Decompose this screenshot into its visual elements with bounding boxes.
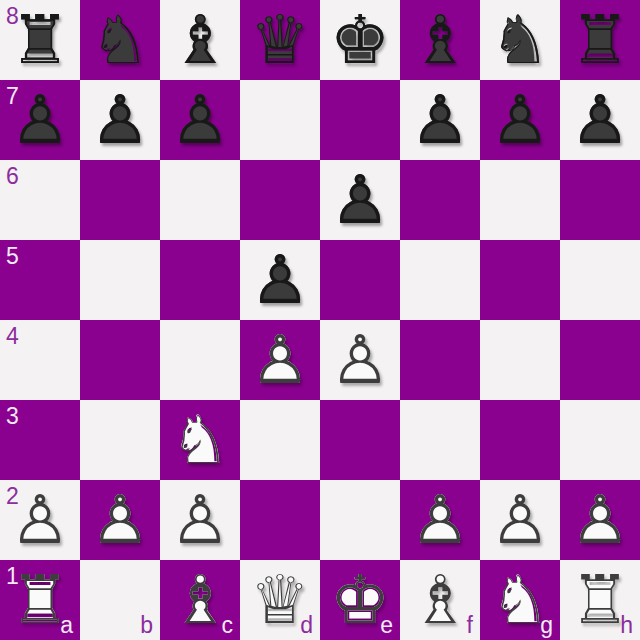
square-a7[interactable]: ♟♙7 [0, 80, 80, 160]
white-pawn-glyph: ♟ [560, 480, 640, 560]
white-knight[interactable]: ♞♘ [160, 400, 240, 480]
black-knight[interactable]: ♞♘ [80, 0, 160, 80]
chess-board: ♜♖8♞♘♝♗♛♕♚♔♝♗♞♘♜♖♟♙7♟♙♟♙♟♙♟♙♟♙6♟♙5♟♙4♟♙♟… [0, 0, 640, 640]
white-bishop-glyph: ♝ [400, 560, 480, 640]
square-a6[interactable]: 6 [0, 160, 80, 240]
black-knight-outline: ♘ [80, 0, 160, 80]
black-bishop[interactable]: ♝♗ [400, 0, 480, 80]
square-h1[interactable]: ♜♖h [560, 560, 640, 640]
white-queen-glyph: ♛ [240, 560, 320, 640]
square-a4[interactable]: 4 [0, 320, 80, 400]
black-queen-outline: ♕ [240, 0, 320, 80]
white-pawn-outline: ♙ [560, 480, 640, 560]
white-king[interactable]: ♚♔ [320, 560, 400, 640]
black-knight-outline: ♘ [480, 0, 560, 80]
black-pawn-outline: ♙ [80, 80, 160, 160]
square-c3[interactable]: ♞♘ [160, 400, 240, 480]
square-a2[interactable]: ♟♙2 [0, 480, 80, 560]
black-bishop-outline: ♗ [160, 0, 240, 80]
white-pawn[interactable]: ♟♙ [480, 480, 560, 560]
black-bishop-glyph: ♝ [400, 0, 480, 80]
white-pawn[interactable]: ♟♙ [560, 480, 640, 560]
black-pawn-outline: ♙ [160, 80, 240, 160]
square-e3[interactable] [320, 400, 400, 480]
white-bishop-outline: ♗ [400, 560, 480, 640]
white-pawn[interactable]: ♟♙ [80, 480, 160, 560]
square-b7[interactable]: ♟♙ [80, 80, 160, 160]
black-pawn-glyph: ♟ [80, 80, 160, 160]
square-e2[interactable] [320, 480, 400, 560]
white-king-outline: ♔ [320, 560, 400, 640]
square-c6[interactable] [160, 160, 240, 240]
white-pawn[interactable]: ♟♙ [400, 480, 480, 560]
square-f6[interactable] [400, 160, 480, 240]
square-d8[interactable]: ♛♕ [240, 0, 320, 80]
square-f7[interactable]: ♟♙ [400, 80, 480, 160]
white-pawn-outline: ♙ [240, 320, 320, 400]
square-b2[interactable]: ♟♙ [80, 480, 160, 560]
black-pawn-outline: ♙ [240, 240, 320, 320]
square-f4[interactable] [400, 320, 480, 400]
square-g8[interactable]: ♞♘ [480, 0, 560, 80]
square-f8[interactable]: ♝♗ [400, 0, 480, 80]
black-bishop-outline: ♗ [400, 0, 480, 80]
black-queen[interactable]: ♛♕ [240, 0, 320, 80]
black-pawn-outline: ♙ [320, 160, 400, 240]
white-pawn[interactable]: ♟♙ [240, 320, 320, 400]
black-rook-glyph: ♜ [0, 0, 80, 80]
white-pawn-glyph: ♟ [320, 320, 400, 400]
white-pawn-outline: ♙ [400, 480, 480, 560]
square-g5[interactable] [480, 240, 560, 320]
square-f2[interactable]: ♟♙ [400, 480, 480, 560]
white-knight-glyph: ♞ [480, 560, 560, 640]
black-pawn[interactable]: ♟♙ [240, 240, 320, 320]
white-knight-outline: ♘ [160, 400, 240, 480]
white-rook-outline: ♖ [0, 560, 80, 640]
black-rook-outline: ♖ [0, 0, 80, 80]
black-pawn-glyph: ♟ [480, 80, 560, 160]
square-a8[interactable]: ♜♖8 [0, 0, 80, 80]
square-d2[interactable] [240, 480, 320, 560]
white-knight[interactable]: ♞♘ [480, 560, 560, 640]
black-king[interactable]: ♚♔ [320, 0, 400, 80]
black-pawn-glyph: ♟ [400, 80, 480, 160]
square-d4[interactable]: ♟♙ [240, 320, 320, 400]
square-g6[interactable] [480, 160, 560, 240]
black-pawn-glyph: ♟ [320, 160, 400, 240]
square-g1[interactable]: ♞♘g [480, 560, 560, 640]
square-e4[interactable]: ♟♙ [320, 320, 400, 400]
white-bishop-glyph: ♝ [160, 560, 240, 640]
white-knight-glyph: ♞ [160, 400, 240, 480]
white-pawn-outline: ♙ [160, 480, 240, 560]
square-e1[interactable]: ♚♔e [320, 560, 400, 640]
square-h2[interactable]: ♟♙ [560, 480, 640, 560]
square-f1[interactable]: ♝♗f [400, 560, 480, 640]
square-a3[interactable]: 3 [0, 400, 80, 480]
square-h5[interactable] [560, 240, 640, 320]
white-pawn[interactable]: ♟♙ [320, 320, 400, 400]
white-pawn-glyph: ♟ [400, 480, 480, 560]
white-rook-outline: ♖ [560, 560, 640, 640]
rank-label-6: 6 [6, 165, 19, 188]
black-pawn-outline: ♙ [560, 80, 640, 160]
square-c1[interactable]: ♝♗c [160, 560, 240, 640]
black-rook[interactable]: ♜♖ [560, 0, 640, 80]
black-bishop[interactable]: ♝♗ [160, 0, 240, 80]
black-pawn[interactable]: ♟♙ [320, 160, 400, 240]
black-king-glyph: ♚ [320, 0, 400, 80]
white-pawn-outline: ♙ [320, 320, 400, 400]
rank-label-4: 4 [6, 325, 19, 348]
white-pawn[interactable]: ♟♙ [0, 480, 80, 560]
file-label-b: b [140, 614, 153, 637]
square-b3[interactable] [80, 400, 160, 480]
square-h7[interactable]: ♟♙ [560, 80, 640, 160]
white-rook-glyph: ♜ [0, 560, 80, 640]
white-queen[interactable]: ♛♕ [240, 560, 320, 640]
rank-label-3: 3 [6, 405, 19, 428]
black-pawn-glyph: ♟ [560, 80, 640, 160]
square-g2[interactable]: ♟♙ [480, 480, 560, 560]
square-e6[interactable]: ♟♙ [320, 160, 400, 240]
black-pawn-outline: ♙ [480, 80, 560, 160]
black-pawn[interactable]: ♟♙ [0, 80, 80, 160]
square-e5[interactable] [320, 240, 400, 320]
black-pawn-glyph: ♟ [160, 80, 240, 160]
white-pawn-glyph: ♟ [80, 480, 160, 560]
black-bishop-glyph: ♝ [160, 0, 240, 80]
square-f3[interactable] [400, 400, 480, 480]
white-pawn-glyph: ♟ [160, 480, 240, 560]
square-c4[interactable] [160, 320, 240, 400]
square-g4[interactable] [480, 320, 560, 400]
square-e8[interactable]: ♚♔ [320, 0, 400, 80]
black-rook-outline: ♖ [560, 0, 640, 80]
black-knight-glyph: ♞ [480, 0, 560, 80]
square-d1[interactable]: ♛♕d [240, 560, 320, 640]
square-d5[interactable]: ♟♙ [240, 240, 320, 320]
black-knight-glyph: ♞ [80, 0, 160, 80]
white-pawn[interactable]: ♟♙ [160, 480, 240, 560]
white-rook[interactable]: ♜♖ [0, 560, 80, 640]
square-b6[interactable] [80, 160, 160, 240]
white-pawn-glyph: ♟ [480, 480, 560, 560]
black-pawn[interactable]: ♟♙ [160, 80, 240, 160]
black-pawn[interactable]: ♟♙ [80, 80, 160, 160]
square-d3[interactable] [240, 400, 320, 480]
black-queen-glyph: ♛ [240, 0, 320, 80]
square-b4[interactable] [80, 320, 160, 400]
white-pawn-glyph: ♟ [240, 320, 320, 400]
black-knight[interactable]: ♞♘ [480, 0, 560, 80]
black-pawn[interactable]: ♟♙ [480, 80, 560, 160]
white-pawn-outline: ♙ [480, 480, 560, 560]
white-bishop-outline: ♗ [160, 560, 240, 640]
square-h6[interactable] [560, 160, 640, 240]
square-g7[interactable]: ♟♙ [480, 80, 560, 160]
white-rook-glyph: ♜ [560, 560, 640, 640]
square-d6[interactable] [240, 160, 320, 240]
black-rook[interactable]: ♜♖ [0, 0, 80, 80]
square-b1[interactable]: b [80, 560, 160, 640]
square-e7[interactable] [320, 80, 400, 160]
square-c5[interactable] [160, 240, 240, 320]
white-rook[interactable]: ♜♖ [560, 560, 640, 640]
square-c2[interactable]: ♟♙ [160, 480, 240, 560]
square-d7[interactable] [240, 80, 320, 160]
square-a1[interactable]: ♜♖1a [0, 560, 80, 640]
square-a5[interactable]: 5 [0, 240, 80, 320]
white-queen-outline: ♕ [240, 560, 320, 640]
square-c8[interactable]: ♝♗ [160, 0, 240, 80]
white-bishop[interactable]: ♝♗ [400, 560, 480, 640]
square-b5[interactable] [80, 240, 160, 320]
black-pawn-glyph: ♟ [240, 240, 320, 320]
white-pawn-glyph: ♟ [0, 480, 80, 560]
square-b8[interactable]: ♞♘ [80, 0, 160, 80]
black-pawn[interactable]: ♟♙ [560, 80, 640, 160]
black-pawn-outline: ♙ [0, 80, 80, 160]
square-h4[interactable] [560, 320, 640, 400]
white-pawn-outline: ♙ [0, 480, 80, 560]
square-f5[interactable] [400, 240, 480, 320]
white-pawn-outline: ♙ [80, 480, 160, 560]
black-king-outline: ♔ [320, 0, 400, 80]
square-h8[interactable]: ♜♖ [560, 0, 640, 80]
white-bishop[interactable]: ♝♗ [160, 560, 240, 640]
square-h3[interactable] [560, 400, 640, 480]
black-pawn-glyph: ♟ [0, 80, 80, 160]
black-pawn-outline: ♙ [400, 80, 480, 160]
rank-label-5: 5 [6, 245, 19, 268]
black-rook-glyph: ♜ [560, 0, 640, 80]
black-pawn[interactable]: ♟♙ [400, 80, 480, 160]
square-g3[interactable] [480, 400, 560, 480]
white-king-glyph: ♚ [320, 560, 400, 640]
square-c7[interactable]: ♟♙ [160, 80, 240, 160]
white-knight-outline: ♘ [480, 560, 560, 640]
